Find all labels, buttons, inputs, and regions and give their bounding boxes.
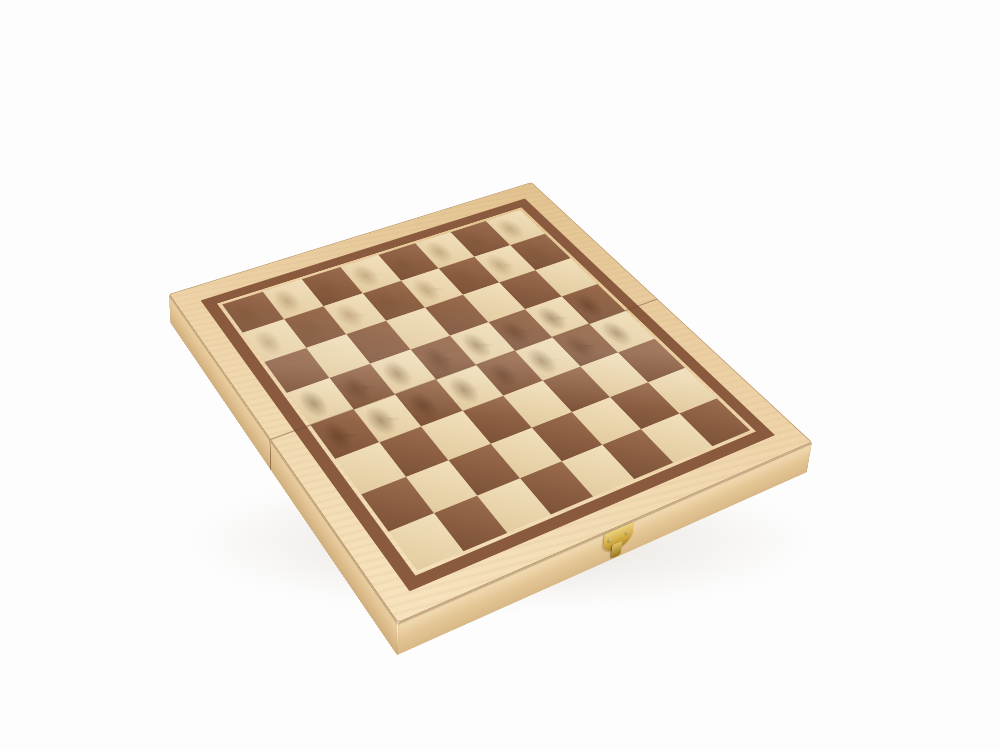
product-photo: ♜♞♚♛♛♟♟♟♝♟♟♜♟♟♟♝♜♟♟♜♟♟♝♞♚♟♟♟♝♞♞♟ <box>0 0 1000 750</box>
scene: ♜♞♚♛♛♟♟♟♝♟♟♜♟♟♟♝♜♟♟♜♟♟♝♞♚♟♟♟♝♞♞♟ <box>0 0 1000 750</box>
fold-seam-notch <box>269 439 271 471</box>
pawn-glyph: ♟ <box>259 363 429 440</box>
